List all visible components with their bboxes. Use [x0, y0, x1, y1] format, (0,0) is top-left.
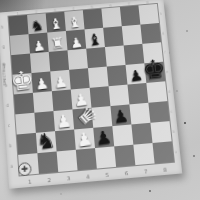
square-h1[interactable] [153, 141, 174, 163]
square-c6[interactable] [49, 50, 69, 71]
coord-label: h [0, 17, 6, 37]
black-pawn[interactable]: ♟ [112, 107, 130, 126]
square-b1[interactable] [37, 151, 58, 173]
square-b2[interactable]: ♞ [36, 131, 57, 153]
square-c3[interactable]: ♟ [53, 109, 74, 131]
square-f3[interactable]: ♟ [110, 104, 131, 126]
square-c2[interactable] [55, 129, 76, 151]
coord-label: d [4, 95, 11, 115]
square-f2[interactable] [112, 124, 133, 146]
square-f7[interactable] [103, 26, 124, 47]
square-g8[interactable] [120, 6, 140, 27]
white-pawn[interactable]: ♟ [75, 130, 94, 151]
white-pawn[interactable]: ♟ [31, 38, 45, 53]
coord-label: 8 [155, 166, 175, 174]
square-e6[interactable] [86, 47, 107, 68]
white-pawn[interactable]: ♟ [55, 112, 73, 131]
white-king[interactable]: ♚ [8, 66, 35, 95]
black-king[interactable]: ♚ [140, 55, 167, 84]
square-f4[interactable] [109, 85, 130, 107]
white-pawn[interactable]: ♟ [53, 75, 69, 92]
background-speckles [0, 0, 2, 2]
square-h3[interactable] [148, 101, 169, 123]
square-g2[interactable] [131, 123, 152, 145]
square-c7[interactable]: ♜ [47, 31, 67, 52]
black-pawn[interactable]: ♟ [128, 68, 144, 85]
coord-label: 1 [20, 178, 40, 186]
square-a8[interactable] [8, 15, 28, 36]
square-c1[interactable] [57, 150, 78, 172]
square-g3[interactable] [129, 103, 150, 125]
coord-label: c [5, 115, 12, 136]
square-e7[interactable]: ♝ [85, 28, 105, 49]
square-g4[interactable] [127, 83, 148, 104]
square-a7[interactable] [10, 34, 30, 55]
coord-label: 2 [39, 176, 59, 184]
coord-label: 7 [136, 168, 156, 176]
square-d2[interactable]: ♟ [74, 128, 95, 150]
square-c8[interactable]: ♝ [46, 12, 66, 33]
square-h8[interactable] [138, 4, 159, 25]
square-e1[interactable] [95, 146, 116, 168]
square-c4[interactable] [52, 90, 73, 112]
square-a5[interactable]: ♚ [13, 73, 33, 94]
square-d6[interactable] [67, 49, 87, 70]
coord-label: 5 [97, 171, 117, 179]
square-d8[interactable]: ♝ [64, 10, 84, 31]
photo-scene: ♞♝♝♟♜♟♝♚♟♟♟♚♟♟♛♟♞♟♟ 12345678 12345678 hg… [0, 0, 200, 200]
square-f5[interactable] [107, 65, 128, 86]
coord-label: a [8, 155, 15, 176]
white-pawn[interactable]: ♟ [69, 35, 83, 50]
square-h5[interactable]: ♚ [144, 62, 165, 83]
coord-label: 6 [116, 169, 136, 177]
square-e8[interactable] [83, 9, 103, 30]
square-h2[interactable] [150, 121, 171, 143]
black-bishop[interactable]: ♝ [86, 31, 102, 49]
square-e2[interactable]: ♟ [93, 126, 114, 148]
black-knight[interactable]: ♞ [35, 130, 57, 154]
board-grid: ♞♝♝♟♜♟♝♚♟♟♟♚♟♟♛♟♞♟♟ [8, 4, 173, 175]
chess-board: ♞♝♝♟♜♟♝♚♟♟♟♚♟♟♛♟♞♟♟ 12345678 12345678 hg… [0, 0, 182, 189]
square-d7[interactable]: ♟ [66, 29, 86, 50]
coord-label: e [3, 75, 10, 95]
white-bishop[interactable]: ♝ [67, 15, 82, 31]
black-knight[interactable]: ♞ [29, 18, 44, 34]
square-e5[interactable] [88, 67, 109, 88]
square-f1[interactable] [114, 145, 135, 167]
square-a2[interactable] [17, 133, 38, 155]
square-c5[interactable]: ♟ [50, 70, 70, 91]
square-b8[interactable]: ♞ [27, 13, 47, 34]
coord-label: g [0, 36, 7, 56]
square-b4[interactable] [33, 91, 54, 113]
black-pawn[interactable]: ♟ [94, 128, 113, 149]
white-rook[interactable]: ♜ [49, 36, 64, 52]
coord-label: 3 [59, 174, 79, 182]
coord-label: b [7, 135, 14, 156]
square-d1[interactable] [76, 148, 97, 170]
square-g1[interactable] [133, 143, 154, 165]
square-d3[interactable]: ♛ [72, 108, 93, 130]
square-a3[interactable] [15, 113, 36, 135]
coord-label: f [1, 55, 8, 75]
square-d5[interactable] [69, 68, 90, 89]
square-b6[interactable] [30, 52, 50, 73]
white-pawn[interactable]: ♟ [34, 76, 49, 93]
coord-label: 4 [78, 173, 98, 181]
square-g7[interactable] [122, 25, 143, 46]
square-h7[interactable] [140, 23, 161, 44]
square-f6[interactable] [105, 45, 126, 66]
white-bishop[interactable]: ♝ [48, 16, 63, 32]
square-b7[interactable]: ♟ [29, 33, 49, 54]
square-f8[interactable] [101, 7, 121, 28]
